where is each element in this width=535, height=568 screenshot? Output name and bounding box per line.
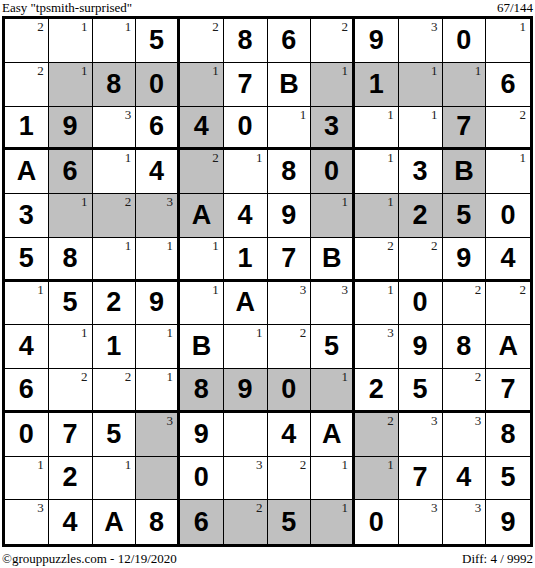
cell-r5c6[interactable]: 4 [224, 194, 268, 238]
cell-r4c11[interactable]: B [443, 150, 487, 194]
cell-r9c5[interactable]: 8 [180, 369, 224, 413]
cell-r4c9[interactable]: 1 [355, 150, 399, 194]
pencil-mark: 1 [520, 20, 527, 34]
pencil-mark: 3 [387, 326, 394, 340]
cell-r9c10[interactable]: 5 [399, 369, 443, 413]
cell-r1c8[interactable]: 2 [311, 19, 355, 63]
pencil-mark: 1 [342, 370, 349, 384]
pencil-mark: 2 [342, 20, 349, 34]
pencil-mark: 1 [256, 326, 263, 340]
cell-r8c2[interactable]: 1 [49, 325, 93, 369]
pencil-mark: 2 [520, 108, 527, 122]
header: Easy "tpsmith-surprised" 67/144 [0, 0, 535, 15]
cell-r4c12[interactable]: 1 [486, 150, 530, 194]
cell-r11c2[interactable]: 2 [49, 457, 93, 501]
cell-value: B [192, 333, 212, 360]
cell-value: B [322, 245, 342, 272]
cell-value: 9 [369, 27, 384, 54]
pencil-mark: 3 [475, 501, 482, 515]
cell-r5c4[interactable]: 3 [136, 194, 180, 238]
pencil-mark: 2 [475, 283, 482, 297]
cell-r3c5[interactable]: 4 [180, 107, 224, 151]
pencil-mark: 3 [125, 108, 132, 122]
cell-r11c12[interactable]: 5 [486, 457, 530, 501]
cell-r8c12[interactable]: A [486, 325, 530, 369]
pencil-mark: 3 [256, 458, 263, 472]
cell-r7c9[interactable]: 1 [355, 282, 399, 326]
pencil-mark: 2 [81, 370, 88, 384]
cell-r3c12[interactable]: 2 [486, 107, 530, 151]
pencil-mark: 1 [387, 108, 394, 122]
cell-r2c9[interactable]: 1 [355, 63, 399, 107]
cell-r8c11[interactable]: 8 [443, 325, 487, 369]
cell-value: 7 [281, 245, 296, 272]
cell-r9c1[interactable]: 6 [5, 369, 49, 413]
cell-r6c9[interactable]: 2 [355, 238, 399, 282]
cell-r2c6[interactable]: 7 [224, 63, 268, 107]
cell-r12c11[interactable]: 3 [443, 500, 487, 544]
cell-value: 0 [413, 289, 428, 316]
cell-r3c1[interactable]: 1 [5, 107, 49, 151]
cell-r8c4[interactable]: 1 [136, 325, 180, 369]
pencil-mark: 1 [212, 283, 219, 297]
cell-value: 4 [63, 509, 78, 536]
cell-value: 4 [238, 202, 253, 229]
cell-value: 0 [324, 158, 339, 185]
cell-r1c6[interactable]: 8 [224, 19, 268, 63]
pencil-mark: 3 [342, 283, 349, 297]
cell-value: A [104, 509, 124, 536]
cell-r2c11[interactable]: 1 [443, 63, 487, 107]
cell-r10c3[interactable]: 5 [93, 413, 137, 457]
cell-r12c10[interactable]: 3 [399, 500, 443, 544]
cell-r12c2[interactable]: 4 [49, 500, 93, 544]
pencil-mark: 2 [300, 458, 307, 472]
cell-r8c9[interactable]: 3 [355, 325, 399, 369]
cell-value: 2 [369, 376, 384, 403]
cell-r10c11[interactable]: 3 [443, 413, 487, 457]
cell-r6c10[interactable]: 2 [399, 238, 443, 282]
pencil-mark: 1 [167, 326, 174, 340]
cell-r11c9[interactable]: 1 [355, 457, 399, 501]
cell-r8c6[interactable]: 1 [224, 325, 268, 369]
pencil-mark: 1 [81, 64, 88, 78]
pencil-mark: 2 [212, 20, 219, 34]
cell-r4c8[interactable]: 0 [311, 150, 355, 194]
cell-r9c7[interactable]: 0 [268, 369, 312, 413]
cell-value: 0 [281, 376, 296, 403]
cell-value: 8 [149, 509, 164, 536]
cell-value: 7 [501, 376, 516, 403]
cell-r8c8[interactable]: 5 [311, 325, 355, 369]
cell-r4c3[interactable]: 1 [93, 150, 137, 194]
cell-value: 6 [281, 27, 296, 54]
cell-r10c10[interactable]: 3 [399, 413, 443, 457]
cell-value: 9 [194, 421, 209, 448]
cell-r3c11[interactable]: 7 [443, 107, 487, 151]
cell-r9c6[interactable]: 9 [224, 369, 268, 413]
cell-r3c6[interactable]: 0 [224, 107, 268, 151]
cell-r12c6[interactable]: 2 [224, 500, 268, 544]
cell-value: 8 [106, 71, 121, 98]
cell-r11c7[interactable]: 2 [268, 457, 312, 501]
cell-value: 6 [501, 71, 516, 98]
cell-value: 8 [501, 421, 516, 448]
cell-r9c3[interactable]: 2 [93, 369, 137, 413]
cell-value: 4 [19, 333, 34, 360]
cell-r10c4[interactable]: 3 [136, 413, 180, 457]
pencil-mark: 2 [520, 283, 527, 297]
pencil-mark: 1 [37, 458, 44, 472]
cell-r4c5[interactable]: 2 [180, 150, 224, 194]
cell-r8c5[interactable]: B [180, 325, 224, 369]
cells-remaining-counter: 67/144 [497, 1, 533, 15]
cell-r11c1[interactable]: 1 [5, 457, 49, 501]
cell-r4c6[interactable]: 1 [224, 150, 268, 194]
cell-r2c3[interactable]: 8 [93, 63, 137, 107]
pencil-mark: 1 [81, 326, 88, 340]
pencil-mark: 2 [387, 239, 394, 253]
cell-value: 9 [238, 376, 253, 403]
cell-value: B [454, 158, 474, 185]
cell-r10c2[interactable]: 7 [49, 413, 93, 457]
cell-r2c4[interactable]: 0 [136, 63, 180, 107]
pencil-mark: 1 [342, 458, 349, 472]
cell-value: 0 [369, 509, 384, 536]
cell-r7c2[interactable]: 5 [49, 282, 93, 326]
cell-r6c11[interactable]: 9 [443, 238, 487, 282]
cell-r3c2[interactable]: 9 [49, 107, 93, 151]
cell-r12c1[interactable]: 3 [5, 500, 49, 544]
cell-value: 0 [149, 71, 164, 98]
cell-value: 4 [501, 245, 516, 272]
pencil-mark: 1 [300, 108, 307, 122]
pencil-mark: 1 [81, 20, 88, 34]
cell-r5c5[interactable]: A [180, 194, 224, 238]
cell-value: A [322, 421, 342, 448]
pencil-mark: 1 [520, 151, 527, 165]
pencil-mark: 3 [37, 501, 44, 515]
cell-r11c3[interactable]: 1 [93, 457, 137, 501]
cell-r10c9[interactable]: 2 [355, 413, 399, 457]
cell-r12c7[interactable]: 5 [268, 500, 312, 544]
cell-value: A [235, 289, 255, 316]
cell-r2c12[interactable]: 6 [486, 63, 530, 107]
cell-value: 1 [369, 71, 384, 98]
cell-r9c11[interactable]: 2 [443, 369, 487, 413]
pencil-mark: 1 [212, 64, 219, 78]
cell-r4c4[interactable]: 4 [136, 150, 180, 194]
cell-value: 9 [413, 333, 428, 360]
cell-r8c3[interactable]: 1 [93, 325, 137, 369]
cell-r1c9[interactable]: 9 [355, 19, 399, 63]
puzzle-title: Easy "tpsmith-surprised" [2, 1, 132, 15]
cell-r7c7[interactable]: 3 [268, 282, 312, 326]
cell-r6c3[interactable]: 1 [93, 238, 137, 282]
cell-value: 8 [456, 333, 471, 360]
cell-value: 8 [63, 245, 78, 272]
pencil-mark: 1 [475, 64, 482, 78]
cell-value: 7 [63, 421, 78, 448]
cell-r2c7[interactable]: B [268, 63, 312, 107]
pencil-mark: 2 [37, 20, 44, 34]
cell-r12c9[interactable]: 0 [355, 500, 399, 544]
cell-value: 7 [238, 71, 253, 98]
cell-value: 9 [63, 113, 78, 140]
cell-value: A [498, 333, 518, 360]
sudoku-board: 211528629301218017B11116193640131172A614… [2, 16, 533, 547]
cell-value: 5 [456, 202, 471, 229]
pencil-mark: 2 [37, 64, 44, 78]
cell-r11c10[interactable]: 7 [399, 457, 443, 501]
cell-r10c1[interactable]: 0 [5, 413, 49, 457]
cell-r10c7[interactable]: 4 [268, 413, 312, 457]
cell-r10c8[interactable]: A [311, 413, 355, 457]
cell-value: 6 [19, 376, 34, 403]
cell-r7c4[interactable]: 9 [136, 282, 180, 326]
cell-r6c12[interactable]: 4 [486, 238, 530, 282]
cell-value: 9 [501, 509, 516, 536]
cell-value: 2 [63, 464, 78, 491]
cell-value: 4 [281, 421, 296, 448]
copyright-text: ©grouppuzzles.com - 12/19/2020 [2, 551, 177, 566]
cell-r5c8[interactable]: 1 [311, 194, 355, 238]
cell-value: 5 [281, 509, 296, 536]
cell-r12c5[interactable]: 6 [180, 500, 224, 544]
pencil-mark: 1 [167, 239, 174, 253]
cell-value: 3 [324, 113, 339, 140]
cell-r5c9[interactable]: 1 [355, 194, 399, 238]
pencil-mark: 1 [125, 20, 132, 34]
cell-r10c6[interactable] [224, 413, 268, 457]
cell-value: 9 [456, 245, 471, 272]
pencil-mark: 1 [81, 195, 88, 209]
pencil-mark: 1 [431, 108, 438, 122]
cell-r4c1[interactable]: A [5, 150, 49, 194]
cell-r10c12[interactable]: 8 [486, 413, 530, 457]
cell-r2c5[interactable]: 1 [180, 63, 224, 107]
cell-value: 1 [19, 113, 34, 140]
cell-r1c1[interactable]: 2 [5, 19, 49, 63]
cell-r1c12[interactable]: 1 [486, 19, 530, 63]
cell-value: 1 [106, 333, 121, 360]
cell-value: 0 [19, 421, 34, 448]
cell-r8c1[interactable]: 4 [5, 325, 49, 369]
cell-value: 0 [501, 202, 516, 229]
pencil-mark: 1 [431, 64, 438, 78]
cell-value: A [192, 202, 212, 229]
cell-r5c2[interactable]: 1 [49, 194, 93, 238]
pencil-mark: 2 [125, 195, 132, 209]
cell-r9c4[interactable]: 1 [136, 369, 180, 413]
cell-r4c2[interactable]: 6 [49, 150, 93, 194]
cell-r9c2[interactable]: 2 [49, 369, 93, 413]
pencil-mark: 1 [212, 239, 219, 253]
pencil-mark: 1 [342, 64, 349, 78]
cell-r5c11[interactable]: 5 [443, 194, 487, 238]
cell-r11c4[interactable] [136, 457, 180, 501]
cell-r6c4[interactable]: 1 [136, 238, 180, 282]
pencil-mark: 2 [431, 239, 438, 253]
cell-value: 0 [194, 464, 209, 491]
cell-value: 3 [19, 202, 34, 229]
cell-r5c7[interactable]: 9 [268, 194, 312, 238]
pencil-mark: 1 [125, 151, 132, 165]
cell-value: 0 [456, 27, 471, 54]
cell-r5c10[interactable]: 2 [399, 194, 443, 238]
footer: ©grouppuzzles.com - 12/19/2020 Diff: 4 /… [0, 547, 535, 566]
pencil-mark: 3 [167, 195, 174, 209]
cell-r11c5[interactable]: 0 [180, 457, 224, 501]
cell-r3c7[interactable]: 1 [268, 107, 312, 151]
cell-r1c4[interactable]: 5 [136, 19, 180, 63]
cell-r7c6[interactable]: A [224, 282, 268, 326]
cell-value: 8 [238, 27, 253, 54]
cell-r12c4[interactable]: 8 [136, 500, 180, 544]
cell-r7c11[interactable]: 2 [443, 282, 487, 326]
cell-r7c8[interactable]: 3 [311, 282, 355, 326]
cell-r6c1[interactable]: 5 [5, 238, 49, 282]
pencil-mark: 2 [300, 326, 307, 340]
cell-r1c2[interactable]: 1 [49, 19, 93, 63]
cell-r2c2[interactable]: 1 [49, 63, 93, 107]
cell-value: 6 [194, 509, 209, 536]
cell-r6c6[interactable]: 1 [224, 238, 268, 282]
cell-r2c8[interactable]: 1 [311, 63, 355, 107]
pencil-mark: 1 [125, 458, 132, 472]
cell-r7c12[interactable]: 2 [486, 282, 530, 326]
cell-value: 8 [194, 376, 209, 403]
cell-r11c8[interactable]: 1 [311, 457, 355, 501]
cell-value: 5 [149, 27, 164, 54]
pencil-mark: 1 [387, 195, 394, 209]
cell-r11c11[interactable]: 4 [443, 457, 487, 501]
pencil-mark: 2 [212, 151, 219, 165]
cell-value: 4 [194, 113, 209, 140]
cell-r9c12[interactable]: 7 [486, 369, 530, 413]
cell-value: 2 [413, 202, 428, 229]
cell-r12c3[interactable]: A [93, 500, 137, 544]
pencil-mark: 1 [387, 283, 394, 297]
cell-r1c5[interactable]: 2 [180, 19, 224, 63]
cell-r3c9[interactable]: 1 [355, 107, 399, 151]
cell-r7c3[interactable]: 2 [93, 282, 137, 326]
cell-value: 2 [106, 289, 121, 316]
cell-r5c12[interactable]: 0 [486, 194, 530, 238]
pencil-mark: 3 [475, 414, 482, 428]
cell-r3c4[interactable]: 6 [136, 107, 180, 151]
cell-r2c10[interactable]: 1 [399, 63, 443, 107]
pencil-mark: 2 [387, 414, 394, 428]
cell-value: 9 [149, 289, 164, 316]
cell-value: 5 [106, 421, 121, 448]
cell-r3c3[interactable]: 3 [93, 107, 137, 151]
cell-value: A [17, 158, 37, 185]
pencil-mark: 1 [387, 458, 394, 472]
cell-r1c10[interactable]: 3 [399, 19, 443, 63]
pencil-mark: 1 [342, 501, 349, 515]
pencil-mark: 3 [431, 501, 438, 515]
cell-r6c2[interactable]: 8 [49, 238, 93, 282]
cell-r4c10[interactable]: 3 [399, 150, 443, 194]
cell-value: 1 [238, 245, 253, 272]
cell-value: 5 [19, 245, 34, 272]
cell-r9c8[interactable]: 1 [311, 369, 355, 413]
cell-r11c6[interactable]: 3 [224, 457, 268, 501]
cell-value: 7 [456, 113, 471, 140]
pencil-mark: 1 [125, 239, 132, 253]
cell-value: 5 [501, 464, 516, 491]
pencil-mark: 1 [342, 195, 349, 209]
cell-value: 0 [238, 113, 253, 140]
pencil-mark: 1 [37, 283, 44, 297]
cell-value: 8 [281, 158, 296, 185]
cell-r6c7[interactable]: 7 [268, 238, 312, 282]
cell-value: 4 [149, 158, 164, 185]
cell-r12c12[interactable]: 9 [486, 500, 530, 544]
cell-value: 6 [149, 113, 164, 140]
cell-value: B [279, 71, 299, 98]
cell-r7c1[interactable]: 1 [5, 282, 49, 326]
cell-value: 5 [63, 289, 78, 316]
cell-r1c3[interactable]: 1 [93, 19, 137, 63]
cell-r7c10[interactable]: 0 [399, 282, 443, 326]
pencil-mark: 3 [431, 414, 438, 428]
cell-r9c9[interactable]: 2 [355, 369, 399, 413]
cell-r1c11[interactable]: 0 [443, 19, 487, 63]
cell-r8c10[interactable]: 9 [399, 325, 443, 369]
cell-r3c8[interactable]: 3 [311, 107, 355, 151]
cell-value: 3 [413, 158, 428, 185]
pencil-mark: 2 [475, 370, 482, 384]
cell-r10c5[interactable]: 9 [180, 413, 224, 457]
pencil-mark: 1 [387, 151, 394, 165]
pencil-mark: 2 [125, 370, 132, 384]
cell-r6c8[interactable]: B [311, 238, 355, 282]
cell-r5c1[interactable]: 3 [5, 194, 49, 238]
pencil-mark: 3 [300, 283, 307, 297]
puzzle-page: Easy "tpsmith-surprised" 67/144 21152862… [0, 0, 535, 568]
cell-r12c8[interactable]: 1 [311, 500, 355, 544]
cell-r8c7[interactable]: 2 [268, 325, 312, 369]
pencil-mark: 2 [256, 501, 263, 515]
pencil-mark: 3 [167, 414, 174, 428]
cell-value: 5 [413, 376, 428, 403]
cell-r1c7[interactable]: 6 [268, 19, 312, 63]
cell-r3c10[interactable]: 1 [399, 107, 443, 151]
cell-r6c5[interactable]: 1 [180, 238, 224, 282]
difficulty-text: Diff: 4 / 9992 [462, 551, 533, 566]
pencil-mark: 3 [431, 20, 438, 34]
cell-r4c7[interactable]: 8 [268, 150, 312, 194]
pencil-mark: 1 [167, 370, 174, 384]
cell-value: 9 [281, 202, 296, 229]
cell-value: 5 [324, 333, 339, 360]
pencil-mark: 1 [256, 151, 263, 165]
cell-r2c1[interactable]: 2 [5, 63, 49, 107]
cell-value: 7 [413, 464, 428, 491]
cell-value: 4 [456, 464, 471, 491]
cell-r7c5[interactable]: 1 [180, 282, 224, 326]
cell-r5c3[interactable]: 2 [93, 194, 137, 238]
cell-value: 6 [63, 158, 78, 185]
